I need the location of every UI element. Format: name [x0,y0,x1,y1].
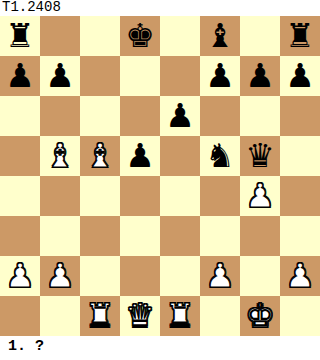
black-pawn[interactable]: ♟ [5,56,35,96]
black-king[interactable]: ♚ [125,16,155,56]
square-f5[interactable]: ♞ [200,136,240,176]
square-b7[interactable]: ♟ [40,56,80,96]
square-a6[interactable] [0,96,40,136]
square-e4[interactable] [160,176,200,216]
move-prompt: 1. ? [0,336,320,360]
black-rook[interactable]: ♜ [285,16,315,56]
square-c3[interactable] [80,216,120,256]
square-d3[interactable] [120,216,160,256]
square-b5[interactable]: ♝ [40,136,80,176]
white-queen[interactable]: ♛ [125,296,155,336]
white-pawn[interactable]: ♟ [285,256,315,296]
chess-board: ♜♚♝♜♟♟♟♟♟♟♝♝♟♞♛♟♟♟♟♟♜♛♜♚ [0,16,320,336]
square-h5[interactable] [280,136,320,176]
white-pawn[interactable]: ♟ [205,256,235,296]
square-d5[interactable]: ♟ [120,136,160,176]
white-bishop[interactable]: ♝ [45,136,75,176]
black-bishop[interactable]: ♝ [205,16,235,56]
square-e6[interactable]: ♟ [160,96,200,136]
square-a7[interactable]: ♟ [0,56,40,96]
square-d6[interactable] [120,96,160,136]
black-queen[interactable]: ♛ [245,136,275,176]
square-a4[interactable] [0,176,40,216]
square-a1[interactable] [0,296,40,336]
square-f6[interactable] [200,96,240,136]
square-h3[interactable] [280,216,320,256]
square-e8[interactable] [160,16,200,56]
square-c5[interactable]: ♝ [80,136,120,176]
square-g7[interactable]: ♟ [240,56,280,96]
square-f2[interactable]: ♟ [200,256,240,296]
white-king[interactable]: ♚ [245,296,275,336]
black-pawn[interactable]: ♟ [245,56,275,96]
white-rook[interactable]: ♜ [85,296,115,336]
square-h1[interactable] [280,296,320,336]
square-f4[interactable] [200,176,240,216]
white-pawn[interactable]: ♟ [245,176,275,216]
square-g4[interactable]: ♟ [240,176,280,216]
square-h4[interactable] [280,176,320,216]
square-h7[interactable]: ♟ [280,56,320,96]
square-a2[interactable]: ♟ [0,256,40,296]
white-bishop[interactable]: ♝ [85,136,115,176]
square-c1[interactable]: ♜ [80,296,120,336]
square-e3[interactable] [160,216,200,256]
black-pawn[interactable]: ♟ [125,136,155,176]
square-e7[interactable] [160,56,200,96]
square-g1[interactable]: ♚ [240,296,280,336]
black-pawn[interactable]: ♟ [165,96,195,136]
square-g8[interactable] [240,16,280,56]
puzzle-title: T1.2408 [0,0,320,16]
square-c2[interactable] [80,256,120,296]
square-f7[interactable]: ♟ [200,56,240,96]
square-g6[interactable] [240,96,280,136]
square-c6[interactable] [80,96,120,136]
square-b4[interactable] [40,176,80,216]
square-g3[interactable] [240,216,280,256]
square-e5[interactable] [160,136,200,176]
square-d2[interactable] [120,256,160,296]
square-h8[interactable]: ♜ [280,16,320,56]
square-d1[interactable]: ♛ [120,296,160,336]
square-b6[interactable] [40,96,80,136]
square-b1[interactable] [40,296,80,336]
square-e2[interactable] [160,256,200,296]
square-g2[interactable] [240,256,280,296]
white-rook[interactable]: ♜ [165,296,195,336]
square-a5[interactable] [0,136,40,176]
black-pawn[interactable]: ♟ [285,56,315,96]
square-g5[interactable]: ♛ [240,136,280,176]
square-c4[interactable] [80,176,120,216]
square-c8[interactable] [80,16,120,56]
square-b3[interactable] [40,216,80,256]
white-pawn[interactable]: ♟ [45,256,75,296]
square-f1[interactable] [200,296,240,336]
square-h2[interactable]: ♟ [280,256,320,296]
square-e1[interactable]: ♜ [160,296,200,336]
black-pawn[interactable]: ♟ [45,56,75,96]
square-d4[interactable] [120,176,160,216]
square-a3[interactable] [0,216,40,256]
black-rook[interactable]: ♜ [5,16,35,56]
square-b8[interactable] [40,16,80,56]
square-f8[interactable]: ♝ [200,16,240,56]
square-d7[interactable] [120,56,160,96]
white-pawn[interactable]: ♟ [5,256,35,296]
square-b2[interactable]: ♟ [40,256,80,296]
black-knight[interactable]: ♞ [205,136,235,176]
square-a8[interactable]: ♜ [0,16,40,56]
black-pawn[interactable]: ♟ [205,56,235,96]
square-d8[interactable]: ♚ [120,16,160,56]
square-c7[interactable] [80,56,120,96]
square-h6[interactable] [280,96,320,136]
square-f3[interactable] [200,216,240,256]
